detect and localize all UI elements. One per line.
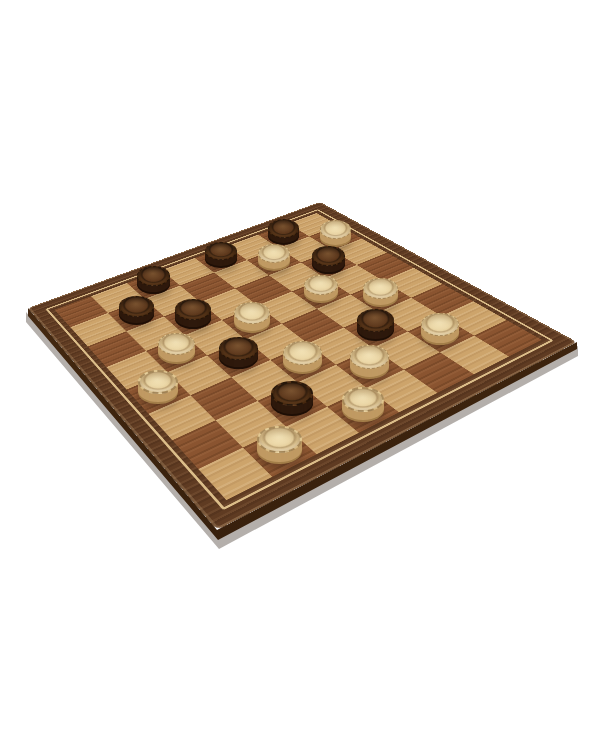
checker-piece-dark[interactable] bbox=[271, 381, 313, 406]
scene bbox=[0, 0, 592, 740]
checker-piece-dark[interactable] bbox=[268, 219, 299, 237]
checker-piece-dark[interactable] bbox=[219, 337, 257, 360]
checker-piece-dark[interactable] bbox=[312, 246, 345, 266]
checker-piece-dark[interactable] bbox=[205, 242, 237, 261]
checker-piece-dark[interactable] bbox=[137, 266, 170, 286]
checker-piece-dark[interactable] bbox=[119, 296, 154, 317]
checker-piece-light[interactable] bbox=[363, 278, 398, 299]
checker-piece-light[interactable] bbox=[342, 387, 384, 413]
checker-piece-dark[interactable] bbox=[175, 299, 211, 320]
checker-piece-dark[interactable] bbox=[357, 309, 394, 332]
checker-piece-light[interactable] bbox=[234, 302, 270, 324]
checker-piece-light[interactable] bbox=[421, 313, 459, 336]
checker-piece-light[interactable] bbox=[320, 220, 351, 238]
checkers-board bbox=[28, 202, 577, 530]
checker-piece-light[interactable] bbox=[258, 244, 290, 263]
checker-piece-light[interactable] bbox=[350, 345, 390, 369]
